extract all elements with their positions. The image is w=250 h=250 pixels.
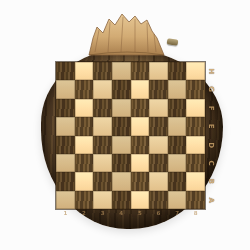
square-e6[interactable]: [149, 117, 168, 135]
square-f3[interactable]: [93, 99, 112, 117]
square-c6[interactable]: [149, 154, 168, 172]
square-g1[interactable]: [56, 80, 75, 98]
square-h4[interactable]: [112, 62, 131, 80]
rank-label-d: D: [202, 139, 220, 151]
square-h5[interactable]: [131, 62, 150, 80]
square-e3[interactable]: [93, 117, 112, 135]
square-h6[interactable]: [149, 62, 168, 80]
rank-label-g: G: [202, 84, 220, 96]
square-g2[interactable]: [75, 80, 94, 98]
square-f7[interactable]: [168, 99, 187, 117]
square-e1[interactable]: [56, 117, 75, 135]
square-g6[interactable]: [149, 80, 168, 98]
file-label-1: 1: [56, 209, 75, 218]
square-b7[interactable]: [168, 172, 187, 190]
square-e2[interactable]: [75, 117, 94, 135]
square-b4[interactable]: [112, 172, 131, 190]
square-a2[interactable]: [75, 191, 94, 209]
square-b5[interactable]: [131, 172, 150, 190]
square-d2[interactable]: [75, 136, 94, 154]
square-d7[interactable]: [168, 136, 187, 154]
square-a5[interactable]: [131, 191, 150, 209]
square-a4[interactable]: [112, 191, 131, 209]
crown-shape: [89, 14, 164, 55]
square-h7[interactable]: [168, 62, 187, 80]
square-g7[interactable]: [168, 80, 187, 98]
rank-label-f: F: [202, 102, 220, 114]
square-e4[interactable]: [112, 117, 131, 135]
square-g3[interactable]: [93, 80, 112, 98]
file-label-4: 4: [112, 209, 131, 218]
square-f4[interactable]: [112, 99, 131, 117]
square-d1[interactable]: [56, 136, 75, 154]
file-labels: 12345678: [56, 209, 205, 218]
square-f1[interactable]: [56, 99, 75, 117]
square-c5[interactable]: [131, 154, 150, 172]
rank-labels: HGFEDCBA: [205, 62, 217, 209]
square-b1[interactable]: [56, 172, 75, 190]
file-label-7: 7: [168, 209, 187, 218]
square-d3[interactable]: [93, 136, 112, 154]
rank-label-c: C: [202, 157, 220, 169]
square-a7[interactable]: [168, 191, 187, 209]
square-b6[interactable]: [149, 172, 168, 190]
square-f2[interactable]: [75, 99, 94, 117]
file-label-5: 5: [131, 209, 150, 218]
square-c3[interactable]: [93, 154, 112, 172]
square-a3[interactable]: [93, 191, 112, 209]
board: [56, 62, 205, 209]
square-h2[interactable]: [75, 62, 94, 80]
file-label-2: 2: [75, 209, 94, 218]
square-c7[interactable]: [168, 154, 187, 172]
square-b3[interactable]: [93, 172, 112, 190]
file-label-3: 3: [93, 209, 112, 218]
square-e7[interactable]: [168, 117, 187, 135]
file-label-6: 6: [149, 209, 168, 218]
rank-label-b: B: [202, 175, 220, 187]
square-c1[interactable]: [56, 154, 75, 172]
square-e5[interactable]: [131, 117, 150, 135]
square-h1[interactable]: [56, 62, 75, 80]
rank-label-a: A: [202, 194, 220, 206]
rank-label-h: H: [202, 65, 220, 77]
square-d5[interactable]: [131, 136, 150, 154]
rank-label-e: E: [202, 120, 220, 132]
square-g5[interactable]: [131, 80, 150, 98]
square-g4[interactable]: [112, 80, 131, 98]
square-a1[interactable]: [56, 191, 75, 209]
square-a6[interactable]: [149, 191, 168, 209]
square-f5[interactable]: [131, 99, 150, 117]
file-label-8: 8: [186, 209, 205, 218]
square-c2[interactable]: [75, 154, 94, 172]
square-d6[interactable]: [149, 136, 168, 154]
square-b2[interactable]: [75, 172, 94, 190]
square-h3[interactable]: [93, 62, 112, 80]
square-f6[interactable]: [149, 99, 168, 117]
pomegranate-crown: [86, 7, 170, 57]
square-c4[interactable]: [112, 154, 131, 172]
product-photo: HGFEDCBA 12345678: [0, 0, 250, 250]
square-d4[interactable]: [112, 136, 131, 154]
